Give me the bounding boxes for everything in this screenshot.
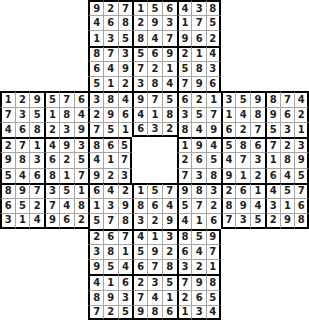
- cell-r17c12[interactable]: 2: [162, 244, 177, 259]
- cell-r6c15[interactable]: 6: [206, 76, 221, 91]
- cell-r15c17[interactable]: 3: [235, 213, 250, 228]
- cell-r17c13[interactable]: 6: [177, 244, 192, 259]
- cell-r15c11[interactable]: 2: [147, 213, 162, 228]
- cell-r6c8[interactable]: 1: [103, 76, 118, 91]
- cell-r14c18[interactable]: 4: [250, 198, 265, 213]
- cell-r2c8[interactable]: 6: [103, 15, 118, 30]
- cell-r16c9[interactable]: 7: [118, 229, 133, 244]
- cell-r5c7[interactable]: 6: [88, 61, 103, 76]
- cell-r11c14[interactable]: 6: [191, 152, 206, 167]
- cell-r11c3[interactable]: 3: [29, 152, 44, 167]
- cell-r13c5[interactable]: 5: [59, 183, 74, 198]
- cell-r2c7[interactable]: 4: [88, 15, 103, 30]
- cell-r18c11[interactable]: 7: [147, 259, 162, 274]
- empty-space: [280, 76, 295, 91]
- cell-r17c9[interactable]: 1: [118, 244, 133, 259]
- cell-r20c14[interactable]: 6: [191, 290, 206, 305]
- cell-r19c7[interactable]: 4: [88, 274, 103, 289]
- cell-r20c7[interactable]: 8: [88, 290, 103, 305]
- cell-r4c12[interactable]: 9: [162, 46, 177, 61]
- cell-r9c6[interactable]: 9: [74, 122, 89, 137]
- empty-space: [235, 30, 250, 45]
- cell-r10c20[interactable]: 2: [280, 137, 295, 152]
- cell-r21c13[interactable]: 1: [177, 305, 192, 320]
- cell-r7c7[interactable]: 3: [88, 91, 103, 106]
- cell-r18c10[interactable]: 6: [132, 259, 147, 274]
- cell-r19c13[interactable]: 7: [177, 274, 192, 289]
- cell-r7c9[interactable]: 4: [118, 91, 133, 106]
- cell-r8c10[interactable]: 4: [132, 107, 147, 122]
- empty-space: [280, 30, 295, 45]
- cell-r9c8[interactable]: 5: [103, 122, 118, 137]
- cell-r21c10[interactable]: 9: [132, 305, 147, 320]
- cell-r10c19[interactable]: 7: [265, 137, 280, 152]
- cell-r5c12[interactable]: 1: [162, 61, 177, 76]
- cell-r4c13[interactable]: 2: [177, 46, 192, 61]
- cell-r10c18[interactable]: 6: [250, 137, 265, 152]
- cell-r10c7[interactable]: 8: [88, 137, 103, 152]
- cell-r19c12[interactable]: 5: [162, 274, 177, 289]
- cell-r18c8[interactable]: 5: [103, 259, 118, 274]
- cell-r2c15[interactable]: 5: [206, 15, 221, 30]
- cell-r14c2[interactable]: 5: [15, 198, 30, 213]
- cell-r11c21[interactable]: 9: [294, 152, 309, 167]
- cell-r15c16[interactable]: 7: [221, 213, 236, 228]
- cell-r18c13[interactable]: 3: [177, 259, 192, 274]
- cell-r5c14[interactable]: 8: [191, 61, 206, 76]
- cell-r8c5[interactable]: 8: [59, 107, 74, 122]
- cell-r12c13[interactable]: 7: [177, 168, 192, 183]
- cell-r3c13[interactable]: 9: [177, 30, 192, 45]
- cell-r9c4[interactable]: 2: [44, 122, 59, 137]
- cell-r7c15[interactable]: 1: [206, 91, 221, 106]
- cell-r13c19[interactable]: 4: [265, 183, 280, 198]
- cell-r1c15[interactable]: 8: [206, 0, 221, 15]
- cell-r17c8[interactable]: 8: [103, 244, 118, 259]
- cell-r16c13[interactable]: 8: [177, 229, 192, 244]
- cell-r8c8[interactable]: 9: [103, 107, 118, 122]
- cell-r5c13[interactable]: 5: [177, 61, 192, 76]
- cell-r13c8[interactable]: 4: [103, 183, 118, 198]
- cell-r14c19[interactable]: 3: [265, 198, 280, 213]
- cell-r15c3[interactable]: 4: [29, 213, 44, 228]
- cell-r17c7[interactable]: 3: [88, 244, 103, 259]
- cell-r12c4[interactable]: 8: [44, 168, 59, 183]
- cell-r3c9[interactable]: 5: [118, 30, 133, 45]
- cell-r15c5[interactable]: 6: [59, 213, 74, 228]
- cell-r8c11[interactable]: 1: [147, 107, 162, 122]
- cell-r1c12[interactable]: 6: [162, 0, 177, 15]
- cell-r10c9[interactable]: 5: [118, 137, 133, 152]
- cell-r13c3[interactable]: 7: [29, 183, 44, 198]
- cell-r5c11[interactable]: 2: [147, 61, 162, 76]
- cell-r2c11[interactable]: 9: [147, 15, 162, 30]
- cell-r10c17[interactable]: 8: [235, 137, 250, 152]
- cell-r10c13[interactable]: 1: [177, 137, 192, 152]
- cell-r21c8[interactable]: 2: [103, 305, 118, 320]
- cell-r12c7[interactable]: 9: [88, 168, 103, 183]
- cell-r6c7[interactable]: 5: [88, 76, 103, 91]
- empty-space: [44, 290, 59, 305]
- cell-r20c15[interactable]: 5: [206, 290, 221, 305]
- cell-r21c14[interactable]: 3: [191, 305, 206, 320]
- cell-r6c13[interactable]: 7: [177, 76, 192, 91]
- cell-r9c10[interactable]: 6: [132, 122, 147, 137]
- cell-r10c15[interactable]: 4: [206, 137, 221, 152]
- cell-r14c5[interactable]: 4: [59, 198, 74, 213]
- cell-r7c2[interactable]: 2: [15, 91, 30, 106]
- cell-r3c15[interactable]: 2: [206, 30, 221, 45]
- cell-r11c13[interactable]: 2: [177, 152, 192, 167]
- cell-r17c15[interactable]: 7: [206, 244, 221, 259]
- cell-r20c13[interactable]: 2: [177, 290, 192, 305]
- cell-r7c3[interactable]: 9: [29, 91, 44, 106]
- cell-r1c9[interactable]: 7: [118, 0, 133, 15]
- cell-r21c11[interactable]: 8: [147, 305, 162, 320]
- cell-r12c1[interactable]: 5: [0, 168, 15, 183]
- cell-r8c9[interactable]: 6: [118, 107, 133, 122]
- cell-r18c14[interactable]: 2: [191, 259, 206, 274]
- cell-r13c12[interactable]: 7: [162, 183, 177, 198]
- cell-r8c14[interactable]: 5: [191, 107, 206, 122]
- cell-r14c6[interactable]: 8: [74, 198, 89, 213]
- cell-r8c18[interactable]: 8: [250, 107, 265, 122]
- cell-r13c17[interactable]: 6: [235, 183, 250, 198]
- cell-r9c2[interactable]: 6: [15, 122, 30, 137]
- cell-r15c9[interactable]: 8: [118, 213, 133, 228]
- cell-r8c3[interactable]: 5: [29, 107, 44, 122]
- cell-r17c10[interactable]: 5: [132, 244, 147, 259]
- cell-r14c20[interactable]: 1: [280, 198, 295, 213]
- cell-r12c19[interactable]: 6: [265, 168, 280, 183]
- cell-r5c10[interactable]: 7: [132, 61, 147, 76]
- cell-r11c7[interactable]: 4: [88, 152, 103, 167]
- cell-r9c1[interactable]: 4: [0, 122, 15, 137]
- cell-r15c1[interactable]: 3: [0, 213, 15, 228]
- cell-r7c8[interactable]: 8: [103, 91, 118, 106]
- cell-r13c1[interactable]: 8: [0, 183, 15, 198]
- cell-r19c11[interactable]: 3: [147, 274, 162, 289]
- cell-r12c3[interactable]: 6: [29, 168, 44, 183]
- cell-r11c18[interactable]: 3: [250, 152, 265, 167]
- cell-r9c3[interactable]: 8: [29, 122, 44, 137]
- cell-r10c16[interactable]: 5: [221, 137, 236, 152]
- empty-space: [74, 30, 89, 45]
- cell-r5c8[interactable]: 4: [103, 61, 118, 76]
- cell-r7c18[interactable]: 9: [250, 91, 265, 106]
- cell-r15c13[interactable]: 4: [177, 213, 192, 228]
- cell-r13c10[interactable]: 1: [132, 183, 147, 198]
- empty-space: [59, 259, 74, 274]
- cell-r7c1[interactable]: 1: [0, 91, 15, 106]
- cell-r16c7[interactable]: 2: [88, 229, 103, 244]
- cell-r8c20[interactable]: 6: [280, 107, 295, 122]
- cell-r3c8[interactable]: 3: [103, 30, 118, 45]
- cell-r9c17[interactable]: 2: [235, 122, 250, 137]
- cell-r2c12[interactable]: 3: [162, 15, 177, 30]
- cell-r15c14[interactable]: 1: [191, 213, 206, 228]
- cell-r11c4[interactable]: 6: [44, 152, 59, 167]
- cell-r16c11[interactable]: 1: [147, 229, 162, 244]
- cell-r13c21[interactable]: 7: [294, 183, 309, 198]
- cell-r21c9[interactable]: 5: [118, 305, 133, 320]
- cell-r2c9[interactable]: 8: [118, 15, 133, 30]
- cell-r18c9[interactable]: 4: [118, 259, 133, 274]
- cell-r4c10[interactable]: 5: [132, 46, 147, 61]
- cell-r8c15[interactable]: 7: [206, 107, 221, 122]
- cell-r13c18[interactable]: 1: [250, 183, 265, 198]
- cell-r7c21[interactable]: 4: [294, 91, 309, 106]
- cell-r1c8[interactable]: 2: [103, 0, 118, 15]
- cell-r6c11[interactable]: 8: [147, 76, 162, 91]
- cell-r8c7[interactable]: 2: [88, 107, 103, 122]
- empty-space: [265, 259, 280, 274]
- cell-r10c2[interactable]: 7: [15, 137, 30, 152]
- cell-r8c13[interactable]: 3: [177, 107, 192, 122]
- cell-r13c4[interactable]: 3: [44, 183, 59, 198]
- cell-r8c19[interactable]: 9: [265, 107, 280, 122]
- cell-r14c16[interactable]: 8: [221, 198, 236, 213]
- cell-r3c7[interactable]: 1: [88, 30, 103, 45]
- cell-r14c17[interactable]: 9: [235, 198, 250, 213]
- cell-r20c10[interactable]: 7: [132, 290, 147, 305]
- cell-r7c10[interactable]: 9: [132, 91, 147, 106]
- cell-r14c1[interactable]: 6: [0, 198, 15, 213]
- cell-r7c5[interactable]: 7: [59, 91, 74, 106]
- cell-r20c11[interactable]: 4: [147, 290, 162, 305]
- empty-space: [221, 305, 236, 320]
- cell-r13c15[interactable]: 3: [206, 183, 221, 198]
- cell-r15c19[interactable]: 2: [265, 213, 280, 228]
- cell-r13c6[interactable]: 1: [74, 183, 89, 198]
- cell-r21c15[interactable]: 4: [206, 305, 221, 320]
- cell-r15c12[interactable]: 9: [162, 213, 177, 228]
- cell-r1c13[interactable]: 4: [177, 0, 192, 15]
- cell-r13c14[interactable]: 8: [191, 183, 206, 198]
- cell-r17c11[interactable]: 9: [147, 244, 162, 259]
- cell-r14c4[interactable]: 7: [44, 198, 59, 213]
- cell-r13c7[interactable]: 6: [88, 183, 103, 198]
- cell-r15c18[interactable]: 5: [250, 213, 265, 228]
- cell-r14c7[interactable]: 1: [88, 198, 103, 213]
- cell-r14c21[interactable]: 6: [294, 198, 309, 213]
- cell-r2c14[interactable]: 7: [191, 15, 206, 30]
- cell-r4c8[interactable]: 7: [103, 46, 118, 61]
- cell-r14c9[interactable]: 9: [118, 198, 133, 213]
- cell-r21c7[interactable]: 7: [88, 305, 103, 320]
- cell-r12c5[interactable]: 1: [59, 168, 74, 183]
- cell-r7c16[interactable]: 3: [221, 91, 236, 106]
- cell-r19c9[interactable]: 6: [118, 274, 133, 289]
- cell-r2c13[interactable]: 1: [177, 15, 192, 30]
- cell-r12c17[interactable]: 1: [235, 168, 250, 183]
- cell-r14c14[interactable]: 7: [191, 198, 206, 213]
- cell-r15c7[interactable]: 5: [88, 213, 103, 228]
- cell-r12c2[interactable]: 4: [15, 168, 30, 183]
- cell-r14c8[interactable]: 3: [103, 198, 118, 213]
- cell-r7c17[interactable]: 5: [235, 91, 250, 106]
- cell-r20c9[interactable]: 3: [118, 290, 133, 305]
- cell-r13c16[interactable]: 2: [221, 183, 236, 198]
- cell-r15c20[interactable]: 9: [280, 213, 295, 228]
- cell-r10c6[interactable]: 3: [74, 137, 89, 152]
- cell-r19c14[interactable]: 9: [191, 274, 206, 289]
- empty-space: [294, 274, 309, 289]
- cell-r10c14[interactable]: 9: [191, 137, 206, 152]
- cell-r15c4[interactable]: 9: [44, 213, 59, 228]
- cell-r7c20[interactable]: 7: [280, 91, 295, 106]
- cell-r4c11[interactable]: 6: [147, 46, 162, 61]
- cell-r13c2[interactable]: 9: [15, 183, 30, 198]
- cell-r8c2[interactable]: 3: [15, 107, 30, 122]
- cell-r12c14[interactable]: 3: [191, 168, 206, 183]
- cell-r7c12[interactable]: 5: [162, 91, 177, 106]
- cell-r9c12[interactable]: 2: [162, 122, 177, 137]
- cell-r10c4[interactable]: 4: [44, 137, 59, 152]
- cell-r14c11[interactable]: 6: [147, 198, 162, 213]
- cell-r6c10[interactable]: 3: [132, 76, 147, 91]
- cell-r11c17[interactable]: 7: [235, 152, 250, 167]
- cell-r13c9[interactable]: 2: [118, 183, 133, 198]
- cell-r4c7[interactable]: 8: [88, 46, 103, 61]
- cell-r8c16[interactable]: 1: [221, 107, 236, 122]
- cell-r18c12[interactable]: 8: [162, 259, 177, 274]
- cell-r20c8[interactable]: 9: [103, 290, 118, 305]
- cell-r9c14[interactable]: 4: [191, 122, 206, 137]
- cell-r12c15[interactable]: 8: [206, 168, 221, 183]
- cell-r13c13[interactable]: 9: [177, 183, 192, 198]
- cell-r10c3[interactable]: 1: [29, 137, 44, 152]
- cell-r12c16[interactable]: 9: [221, 168, 236, 183]
- cell-r11c9[interactable]: 7: [118, 152, 133, 167]
- cell-r4c14[interactable]: 1: [191, 46, 206, 61]
- cell-r19c8[interactable]: 1: [103, 274, 118, 289]
- cell-r3c12[interactable]: 7: [162, 30, 177, 45]
- cell-r13c20[interactable]: 5: [280, 183, 295, 198]
- cell-r14c15[interactable]: 2: [206, 198, 221, 213]
- cell-r7c19[interactable]: 8: [265, 91, 280, 106]
- cell-r6c12[interactable]: 4: [162, 76, 177, 91]
- cell-r10c5[interactable]: 9: [59, 137, 74, 152]
- cell-r19c10[interactable]: 2: [132, 274, 147, 289]
- cell-r9c18[interactable]: 7: [250, 122, 265, 137]
- cell-r1c11[interactable]: 5: [147, 0, 162, 15]
- cell-r20c12[interactable]: 1: [162, 290, 177, 305]
- cell-r17c14[interactable]: 4: [191, 244, 206, 259]
- empty-space: [74, 46, 89, 61]
- cell-r12c6[interactable]: 7: [74, 168, 89, 183]
- cell-r19c15[interactable]: 8: [206, 274, 221, 289]
- cell-r11c15[interactable]: 5: [206, 152, 221, 167]
- cell-r18c15[interactable]: 1: [206, 259, 221, 274]
- cell-r4c15[interactable]: 4: [206, 46, 221, 61]
- cell-r3c10[interactable]: 8: [132, 30, 147, 45]
- cell-r9c19[interactable]: 5: [265, 122, 280, 137]
- cell-r7c14[interactable]: 2: [191, 91, 206, 106]
- cell-r10c21[interactable]: 3: [294, 137, 309, 152]
- cell-r7c11[interactable]: 7: [147, 91, 162, 106]
- cell-r9c7[interactable]: 7: [88, 122, 103, 137]
- cell-r16c12[interactable]: 3: [162, 229, 177, 244]
- cell-r11c20[interactable]: 8: [280, 152, 295, 167]
- cell-r12c20[interactable]: 4: [280, 168, 295, 183]
- cell-r6c14[interactable]: 9: [191, 76, 206, 91]
- cell-r1c7[interactable]: 9: [88, 0, 103, 15]
- cell-r8c6[interactable]: 4: [74, 107, 89, 122]
- cell-r10c1[interactable]: 2: [0, 137, 15, 152]
- cell-r21c12[interactable]: 6: [162, 305, 177, 320]
- cell-r7c6[interactable]: 6: [74, 91, 89, 106]
- cell-r2c10[interactable]: 2: [132, 15, 147, 30]
- cell-r9c21[interactable]: 1: [294, 122, 309, 137]
- cell-r8c12[interactable]: 8: [162, 107, 177, 122]
- cell-r14c10[interactable]: 8: [132, 198, 147, 213]
- cell-r9c16[interactable]: 6: [221, 122, 236, 137]
- cell-r16c14[interactable]: 5: [191, 229, 206, 244]
- cell-r8c1[interactable]: 7: [0, 107, 15, 122]
- cell-r15c8[interactable]: 7: [103, 213, 118, 228]
- cell-r16c10[interactable]: 4: [132, 229, 147, 244]
- cell-r15c15[interactable]: 6: [206, 213, 221, 228]
- cell-r7c13[interactable]: 6: [177, 91, 192, 106]
- cell-r12c18[interactable]: 2: [250, 168, 265, 183]
- cell-r16c15[interactable]: 9: [206, 229, 221, 244]
- cell-r12c8[interactable]: 2: [103, 168, 118, 183]
- cell-r1c10[interactable]: 1: [132, 0, 147, 15]
- cell-r1c14[interactable]: 3: [191, 0, 206, 15]
- cell-r8c21[interactable]: 2: [294, 107, 309, 122]
- cell-r11c5[interactable]: 2: [59, 152, 74, 167]
- cell-r5c9[interactable]: 9: [118, 61, 133, 76]
- cell-r9c20[interactable]: 3: [280, 122, 295, 137]
- cell-r14c13[interactable]: 5: [177, 198, 192, 213]
- cell-r11c19[interactable]: 1: [265, 152, 280, 167]
- cell-r9c11[interactable]: 3: [147, 122, 162, 137]
- cell-r9c5[interactable]: 3: [59, 122, 74, 137]
- cell-r12c9[interactable]: 3: [118, 168, 133, 183]
- cell-r15c6[interactable]: 2: [74, 213, 89, 228]
- cell-r3c11[interactable]: 4: [147, 30, 162, 45]
- cell-r15c21[interactable]: 8: [294, 213, 309, 228]
- cell-r11c1[interactable]: 9: [0, 152, 15, 167]
- cell-r15c10[interactable]: 3: [132, 213, 147, 228]
- cell-r9c15[interactable]: 9: [206, 122, 221, 137]
- cell-r11c6[interactable]: 5: [74, 152, 89, 167]
- cell-r10c8[interactable]: 6: [103, 137, 118, 152]
- cell-r3c14[interactable]: 6: [191, 30, 206, 45]
- cell-r16c8[interactable]: 6: [103, 229, 118, 244]
- empty-space: [162, 152, 177, 167]
- cell-r9c13[interactable]: 8: [177, 122, 192, 137]
- cell-r4c9[interactable]: 3: [118, 46, 133, 61]
- cell-r6c9[interactable]: 2: [118, 76, 133, 91]
- cell-r11c16[interactable]: 4: [221, 152, 236, 167]
- cell-r12c21[interactable]: 5: [294, 168, 309, 183]
- cell-r11c2[interactable]: 8: [15, 152, 30, 167]
- empty-space: [44, 274, 59, 289]
- cell-r13c11[interactable]: 5: [147, 183, 162, 198]
- cell-r5c15[interactable]: 3: [206, 61, 221, 76]
- cell-r14c12[interactable]: 4: [162, 198, 177, 213]
- cell-r8c17[interactable]: 4: [235, 107, 250, 122]
- cell-r8c4[interactable]: 1: [44, 107, 59, 122]
- cell-r14c3[interactable]: 2: [29, 198, 44, 213]
- cell-r11c8[interactable]: 1: [103, 152, 118, 167]
- cell-r15c2[interactable]: 1: [15, 213, 30, 228]
- cell-r18c7[interactable]: 9: [88, 259, 103, 274]
- cell-r7c4[interactable]: 5: [44, 91, 59, 106]
- cell-r9c9[interactable]: 1: [118, 122, 133, 137]
